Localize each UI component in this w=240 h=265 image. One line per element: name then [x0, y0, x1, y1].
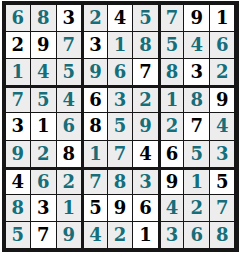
cell-r6c8[interactable]: 5	[184, 141, 209, 167]
cell-r5c1[interactable]: 3	[6, 113, 31, 139]
cell-r3c1[interactable]: 1	[6, 59, 31, 85]
cell-r6c9[interactable]: 3	[210, 141, 235, 167]
cell-r4c9[interactable]: 9	[210, 86, 235, 112]
sudoku-page: 6832457912973185461459678327546321893168…	[0, 0, 240, 265]
cell-r5c4[interactable]: 8	[82, 113, 107, 139]
cell-r2c6[interactable]: 8	[133, 32, 158, 58]
cell-r5c8[interactable]: 7	[184, 113, 209, 139]
cell-r6c2[interactable]: 2	[31, 141, 56, 167]
cell-r2c4[interactable]: 3	[82, 32, 107, 58]
cell-r2c9[interactable]: 6	[210, 32, 235, 58]
cell-r5c2[interactable]: 1	[31, 113, 56, 139]
cell-r7c7[interactable]: 9	[159, 168, 184, 194]
cell-r9c2[interactable]: 7	[31, 222, 56, 248]
cell-r2c7[interactable]: 5	[159, 32, 184, 58]
cell-r3c4[interactable]: 9	[82, 59, 107, 85]
cell-r6c5[interactable]: 7	[108, 141, 133, 167]
cell-r1c4[interactable]: 2	[82, 5, 107, 31]
cell-r7c5[interactable]: 8	[108, 168, 133, 194]
cell-r8c7[interactable]: 4	[159, 195, 184, 221]
cell-r8c8[interactable]: 2	[184, 195, 209, 221]
cell-r8c1[interactable]: 8	[6, 195, 31, 221]
cell-r1c1[interactable]: 6	[6, 5, 31, 31]
cell-r1c5[interactable]: 4	[108, 5, 133, 31]
cell-r9c9[interactable]: 8	[210, 222, 235, 248]
cell-r8c6[interactable]: 6	[133, 195, 158, 221]
cell-r9c8[interactable]: 6	[184, 222, 209, 248]
cell-r4c2[interactable]: 5	[31, 86, 56, 112]
cell-r2c1[interactable]: 2	[6, 32, 31, 58]
cell-r5c6[interactable]: 9	[133, 113, 158, 139]
cell-r3c2[interactable]: 4	[31, 59, 56, 85]
cell-r4c3[interactable]: 4	[57, 86, 82, 112]
cell-r9c4[interactable]: 4	[82, 222, 107, 248]
cell-r8c2[interactable]: 3	[31, 195, 56, 221]
cell-r7c4[interactable]: 7	[82, 168, 107, 194]
cell-r7c6[interactable]: 3	[133, 168, 158, 194]
cell-r8c5[interactable]: 9	[108, 195, 133, 221]
cell-r3c6[interactable]: 7	[133, 59, 158, 85]
sudoku-board: 6832457912973185461459678327546321893168…	[2, 1, 239, 252]
cell-r4c6[interactable]: 2	[133, 86, 158, 112]
cell-r8c3[interactable]: 1	[57, 195, 82, 221]
cell-r6c4[interactable]: 1	[82, 141, 107, 167]
cell-r9c6[interactable]: 1	[133, 222, 158, 248]
cell-r4c5[interactable]: 3	[108, 86, 133, 112]
cell-r5c9[interactable]: 4	[210, 113, 235, 139]
cell-r8c9[interactable]: 7	[210, 195, 235, 221]
cell-r2c2[interactable]: 9	[31, 32, 56, 58]
cell-r6c6[interactable]: 4	[133, 141, 158, 167]
cell-r9c3[interactable]: 9	[57, 222, 82, 248]
cell-r3c8[interactable]: 3	[184, 59, 209, 85]
cell-r7c1[interactable]: 4	[6, 168, 31, 194]
cell-r8c4[interactable]: 5	[82, 195, 107, 221]
cell-r2c3[interactable]: 7	[57, 32, 82, 58]
cell-r6c7[interactable]: 6	[159, 141, 184, 167]
cell-r1c8[interactable]: 9	[184, 5, 209, 31]
cell-r7c9[interactable]: 5	[210, 168, 235, 194]
cell-r2c5[interactable]: 1	[108, 32, 133, 58]
cell-r9c1[interactable]: 5	[6, 222, 31, 248]
cell-r9c5[interactable]: 2	[108, 222, 133, 248]
cell-r7c3[interactable]: 2	[57, 168, 82, 194]
cell-r5c7[interactable]: 2	[159, 113, 184, 139]
cell-r7c2[interactable]: 6	[31, 168, 56, 194]
cell-r6c1[interactable]: 9	[6, 141, 31, 167]
cell-r4c1[interactable]: 7	[6, 86, 31, 112]
cell-r1c2[interactable]: 8	[31, 5, 56, 31]
cell-r4c7[interactable]: 1	[159, 86, 184, 112]
cell-r1c3[interactable]: 3	[57, 5, 82, 31]
cell-r7c8[interactable]: 1	[184, 168, 209, 194]
cell-r2c8[interactable]: 4	[184, 32, 209, 58]
cell-r1c9[interactable]: 1	[210, 5, 235, 31]
cell-r3c9[interactable]: 2	[210, 59, 235, 85]
cell-r1c7[interactable]: 7	[159, 5, 184, 31]
cell-r9c7[interactable]: 3	[159, 222, 184, 248]
cell-r4c4[interactable]: 6	[82, 86, 107, 112]
cell-r1c6[interactable]: 5	[133, 5, 158, 31]
cell-r6c3[interactable]: 8	[57, 141, 82, 167]
cell-r3c3[interactable]: 5	[57, 59, 82, 85]
cell-r5c5[interactable]: 5	[108, 113, 133, 139]
cell-r5c3[interactable]: 6	[57, 113, 82, 139]
cell-r4c8[interactable]: 8	[184, 86, 209, 112]
cell-r3c7[interactable]: 8	[159, 59, 184, 85]
cell-r3c5[interactable]: 6	[108, 59, 133, 85]
